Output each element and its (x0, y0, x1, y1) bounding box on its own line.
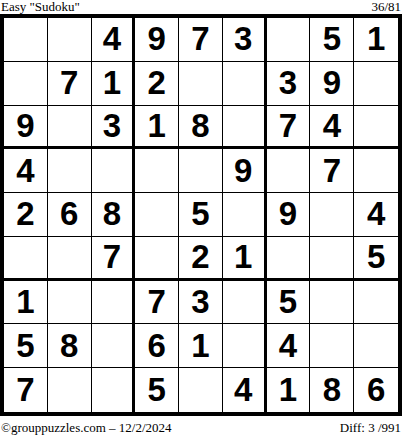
sudoku-cell-empty[interactable] (354, 281, 398, 325)
sudoku-cell-empty[interactable] (179, 368, 223, 412)
sudoku-cell-given[interactable]: 4 (223, 368, 267, 412)
sudoku-cell-empty[interactable] (92, 281, 136, 325)
sudoku-cell-empty[interactable] (267, 18, 311, 62)
sudoku-cell-empty[interactable] (48, 281, 92, 325)
sudoku-cell-empty[interactable] (135, 193, 179, 237)
sudoku-cell-empty[interactable] (48, 18, 92, 62)
header: Easy "Sudoku" 36/81 (0, 0, 402, 14)
sudoku-cell-given[interactable]: 7 (48, 62, 92, 106)
sudoku-cell-given[interactable]: 8 (48, 324, 92, 368)
sudoku-cell-empty[interactable] (267, 237, 311, 281)
sudoku-cell-given[interactable]: 7 (310, 149, 354, 193)
sudoku-cell-given[interactable]: 2 (135, 62, 179, 106)
sudoku-cell-given[interactable]: 8 (310, 368, 354, 412)
sudoku-cell-empty[interactable] (135, 149, 179, 193)
sudoku-cell-given[interactable]: 6 (135, 324, 179, 368)
sudoku-cell-given[interactable]: 7 (92, 237, 136, 281)
sudoku-cell-empty[interactable] (310, 324, 354, 368)
sudoku-cell-given[interactable]: 5 (135, 368, 179, 412)
footer: ©grouppuzzles.com – 12/2/2024 Diff: 3 /9… (0, 416, 402, 437)
copyright-date: ©grouppuzzles.com – 12/2/2024 (1, 419, 172, 437)
sudoku-cell-given[interactable]: 7 (135, 281, 179, 325)
sudoku-cell-empty[interactable] (223, 193, 267, 237)
sudoku-cell-given[interactable]: 7 (179, 18, 223, 62)
sudoku-cell-given[interactable]: 9 (4, 106, 48, 150)
sudoku-page: Easy "Sudoku" 36/81 49735171239931874497… (0, 0, 402, 437)
sudoku-cell-given[interactable]: 7 (267, 106, 311, 150)
sudoku-cell-given[interactable]: 8 (179, 106, 223, 150)
sudoku-cell-empty[interactable] (48, 368, 92, 412)
cells-remaining-counter: 36/81 (371, 0, 401, 14)
sudoku-cell-empty[interactable] (310, 237, 354, 281)
sudoku-board: 4973517123993187449726859472151735586147… (0, 14, 402, 416)
sudoku-cell-given[interactable]: 4 (267, 324, 311, 368)
sudoku-cell-given[interactable]: 5 (179, 193, 223, 237)
sudoku-cell-empty[interactable] (310, 281, 354, 325)
sudoku-cell-given[interactable]: 8 (92, 193, 136, 237)
sudoku-cell-given[interactable]: 3 (223, 18, 267, 62)
sudoku-cell-empty[interactable] (92, 324, 136, 368)
sudoku-cell-empty[interactable] (223, 106, 267, 150)
sudoku-cell-empty[interactable] (354, 106, 398, 150)
sudoku-cell-given[interactable]: 1 (223, 237, 267, 281)
sudoku-cell-given[interactable]: 5 (4, 324, 48, 368)
sudoku-cell-empty[interactable] (48, 106, 92, 150)
sudoku-cell-given[interactable]: 2 (4, 193, 48, 237)
sudoku-cell-given[interactable]: 3 (92, 106, 136, 150)
sudoku-cell-given[interactable]: 1 (354, 18, 398, 62)
sudoku-cell-empty[interactable] (92, 149, 136, 193)
sudoku-cell-empty[interactable] (92, 368, 136, 412)
sudoku-cell-given[interactable]: 9 (135, 18, 179, 62)
sudoku-cell-empty[interactable] (223, 62, 267, 106)
sudoku-cell-empty[interactable] (4, 237, 48, 281)
sudoku-cell-given[interactable]: 7 (4, 368, 48, 412)
sudoku-cell-empty[interactable] (179, 149, 223, 193)
sudoku-cell-empty[interactable] (354, 149, 398, 193)
sudoku-cell-empty[interactable] (4, 18, 48, 62)
sudoku-cell-given[interactable]: 1 (267, 368, 311, 412)
sudoku-cell-given[interactable]: 6 (48, 193, 92, 237)
sudoku-cell-given[interactable]: 3 (267, 62, 311, 106)
sudoku-cell-given[interactable]: 4 (310, 106, 354, 150)
puzzle-title: Easy "Sudoku" (1, 0, 80, 14)
sudoku-cell-given[interactable]: 1 (92, 62, 136, 106)
difficulty-label: Diff: 3 /991 (340, 419, 401, 437)
sudoku-cell-empty[interactable] (179, 62, 223, 106)
sudoku-cell-given[interactable]: 4 (4, 149, 48, 193)
sudoku-cell-empty[interactable] (223, 324, 267, 368)
sudoku-cell-given[interactable]: 5 (354, 237, 398, 281)
sudoku-cell-given[interactable]: 6 (354, 368, 398, 412)
sudoku-cell-given[interactable]: 3 (179, 281, 223, 325)
sudoku-cell-given[interactable]: 4 (92, 18, 136, 62)
sudoku-cell-given[interactable]: 4 (354, 193, 398, 237)
sudoku-cell-given[interactable]: 1 (135, 106, 179, 150)
sudoku-cell-given[interactable]: 9 (267, 193, 311, 237)
sudoku-cell-empty[interactable] (310, 193, 354, 237)
sudoku-cell-empty[interactable] (48, 237, 92, 281)
sudoku-cell-empty[interactable] (223, 281, 267, 325)
sudoku-cell-empty[interactable] (267, 149, 311, 193)
sudoku-cell-given[interactable]: 1 (4, 281, 48, 325)
sudoku-cell-given[interactable]: 9 (310, 62, 354, 106)
sudoku-cell-empty[interactable] (135, 237, 179, 281)
sudoku-cell-given[interactable]: 2 (179, 237, 223, 281)
sudoku-cell-given[interactable]: 5 (267, 281, 311, 325)
sudoku-cell-empty[interactable] (48, 149, 92, 193)
sudoku-cell-given[interactable]: 9 (223, 149, 267, 193)
sudoku-cell-empty[interactable] (4, 62, 48, 106)
sudoku-cell-empty[interactable] (354, 324, 398, 368)
sudoku-cell-empty[interactable] (354, 62, 398, 106)
sudoku-cell-given[interactable]: 5 (310, 18, 354, 62)
sudoku-cell-given[interactable]: 1 (179, 324, 223, 368)
